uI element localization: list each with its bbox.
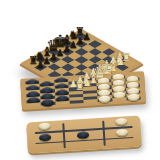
checker-piece-light: [99, 96, 111, 104]
checkers-square: [84, 99, 98, 103]
ttt-piece-white: [116, 128, 128, 136]
ttt-piece-black: [77, 131, 89, 139]
checkers-square: [55, 101, 69, 105]
ttt-grid-vline: [62, 123, 66, 148]
checkers-square: [112, 97, 126, 101]
tictactoe-board: [26, 116, 142, 154]
ttt-piece-white: [38, 123, 50, 131]
checkers-square: [98, 98, 112, 102]
checkers-square: [41, 102, 55, 106]
ttt-piece-black: [39, 133, 51, 141]
checkers-board: [20, 71, 146, 110]
checker-piece-dark: [42, 99, 54, 107]
checkers-board-squares: [25, 75, 140, 107]
checkers-square: [27, 102, 41, 106]
ttt-piece-white: [115, 118, 127, 126]
checkers-square: [69, 100, 83, 104]
product-photo: ♜♜♞♞♝♝♛♛♚♚♝♝♞♞♜♜♟♟♟♟♟♟♟♟♟♟♟♟♟♟♟♟: [0, 0, 160, 160]
ttt-grid-vline: [102, 121, 106, 146]
checkers-square: [126, 96, 140, 100]
checker-piece-light: [127, 94, 139, 102]
